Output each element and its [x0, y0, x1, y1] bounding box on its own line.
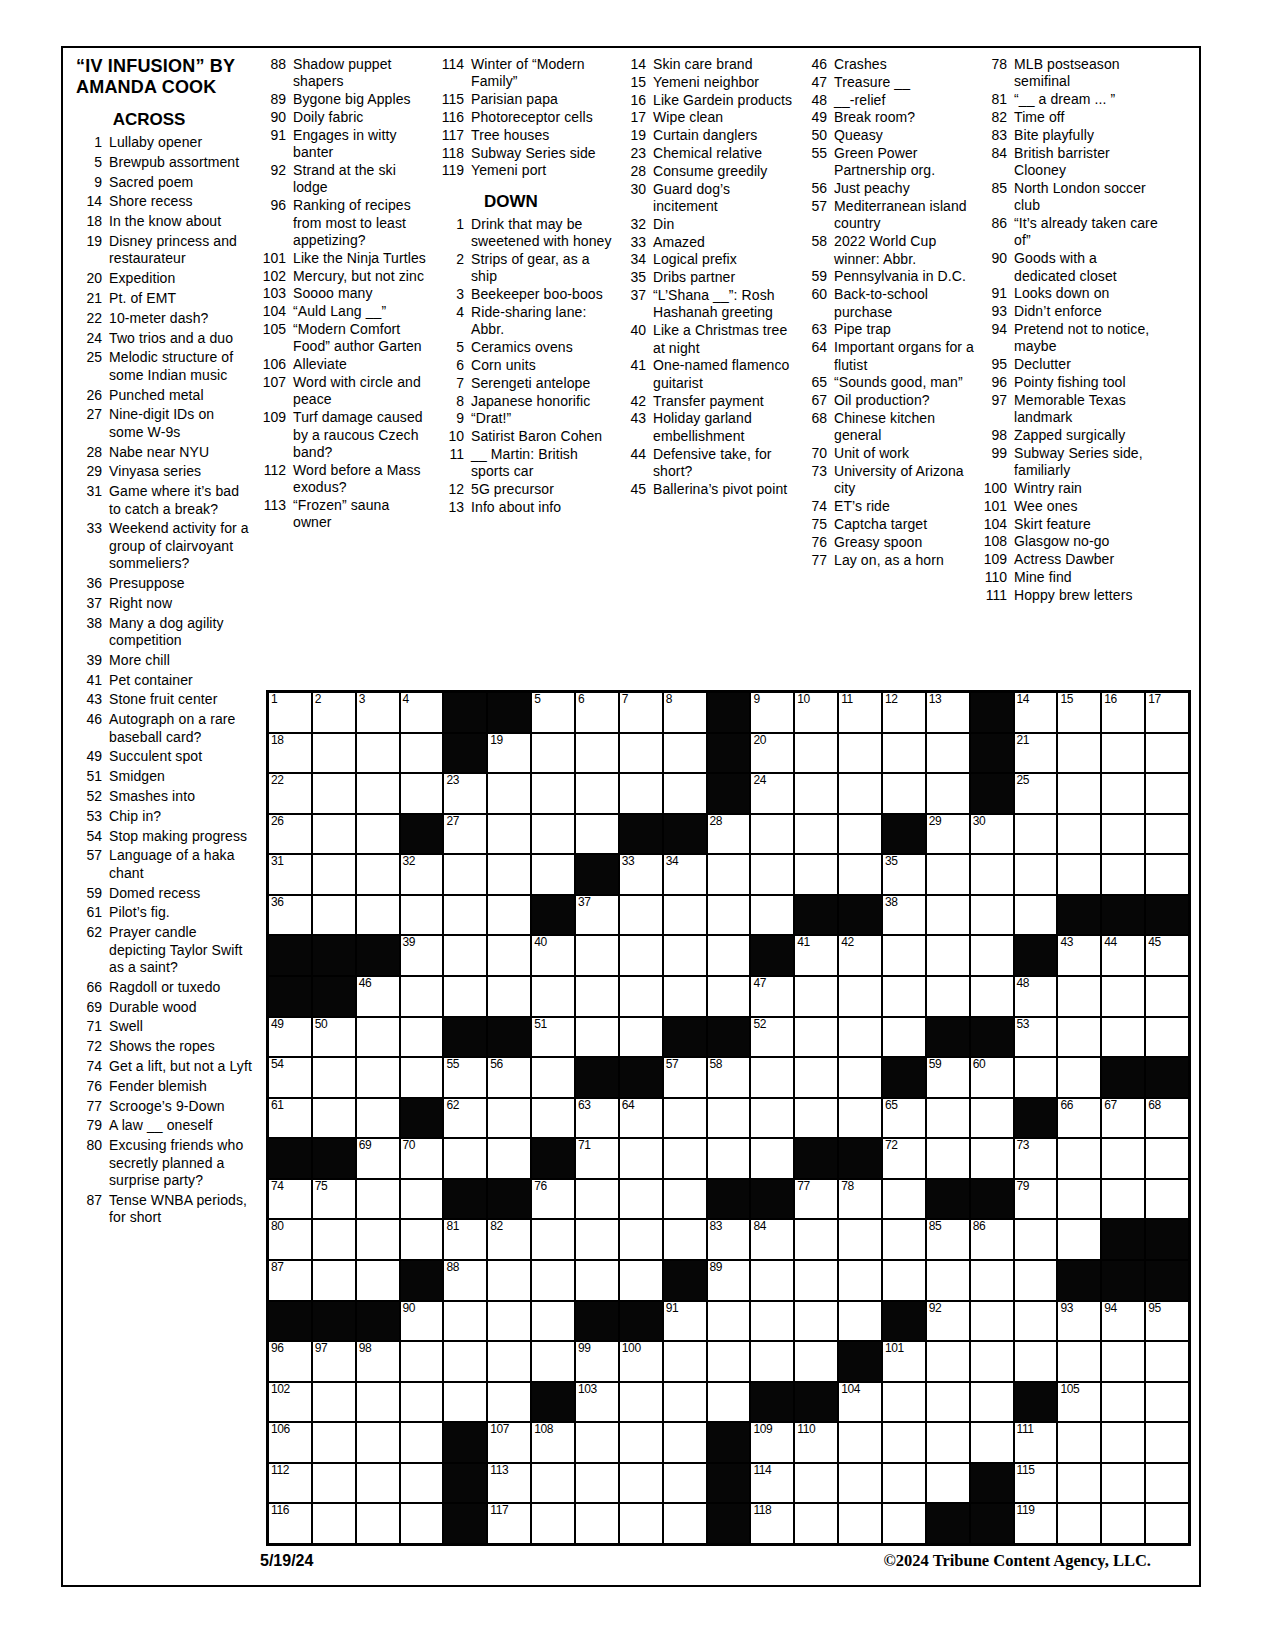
grid-cell-r18c20[interactable] — [1101, 1382, 1145, 1423]
grid-cell-r9c13[interactable] — [794, 1017, 838, 1058]
grid-cell-r6c17[interactable] — [970, 895, 1014, 936]
grid-cell-r13c9[interactable] — [619, 1179, 663, 1220]
grid-cell-r2c9[interactable] — [619, 733, 663, 774]
grid-cell-r9c2[interactable]: 50 — [312, 1017, 356, 1058]
grid-cell-r16c16[interactable]: 92 — [926, 1301, 970, 1342]
grid-cell-r21c13[interactable] — [794, 1503, 838, 1544]
grid-cell-r17c10[interactable] — [663, 1341, 707, 1382]
grid-cell-r17c7[interactable] — [531, 1341, 575, 1382]
grid-cell-r20c19[interactable] — [1057, 1463, 1101, 1504]
grid-cell-r20c3[interactable] — [356, 1463, 400, 1504]
grid-cell-r5c2[interactable] — [312, 854, 356, 895]
grid-cell-r5c3[interactable] — [356, 854, 400, 895]
grid-cell-r2c16[interactable] — [926, 733, 970, 774]
grid-cell-r6c18[interactable] — [1014, 895, 1058, 936]
grid-cell-r13c8[interactable] — [575, 1179, 619, 1220]
grid-cell-r3c14[interactable] — [838, 773, 882, 814]
grid-cell-r12c17[interactable] — [970, 1138, 1014, 1179]
grid-cell-r10c2[interactable] — [312, 1057, 356, 1098]
grid-cell-r4c19[interactable] — [1057, 814, 1101, 855]
grid-cell-r14c1[interactable]: 80 — [268, 1219, 312, 1260]
grid-cell-r7c16[interactable] — [926, 935, 970, 976]
grid-cell-r5c9[interactable]: 33 — [619, 854, 663, 895]
grid-cell-r15c18[interactable] — [1014, 1260, 1058, 1301]
grid-cell-r14c11[interactable]: 83 — [707, 1219, 751, 1260]
grid-cell-r10c4[interactable] — [400, 1057, 444, 1098]
grid-cell-r20c2[interactable] — [312, 1463, 356, 1504]
grid-cell-r20c12[interactable]: 114 — [750, 1463, 794, 1504]
grid-cell-r8c20[interactable] — [1101, 976, 1145, 1017]
grid-cell-r2c15[interactable] — [882, 733, 926, 774]
grid-cell-r8c13[interactable] — [794, 976, 838, 1017]
grid-cell-r17c17[interactable] — [970, 1341, 1014, 1382]
grid-cell-r9c8[interactable] — [575, 1017, 619, 1058]
grid-cell-r11c13[interactable] — [794, 1098, 838, 1139]
grid-cell-r18c10[interactable] — [663, 1382, 707, 1423]
grid-cell-r14c18[interactable] — [1014, 1219, 1058, 1260]
grid-cell-r5c16[interactable] — [926, 854, 970, 895]
grid-cell-r16c11[interactable] — [707, 1301, 751, 1342]
grid-cell-r2c2[interactable] — [312, 733, 356, 774]
grid-cell-r17c13[interactable] — [794, 1341, 838, 1382]
grid-cell-r14c4[interactable] — [400, 1219, 444, 1260]
grid-cell-r19c20[interactable] — [1101, 1422, 1145, 1463]
grid-cell-r16c14[interactable] — [838, 1301, 882, 1342]
grid-cell-r3c1[interactable]: 22 — [268, 773, 312, 814]
grid-cell-r14c5[interactable]: 81 — [443, 1219, 487, 1260]
grid-cell-r21c2[interactable] — [312, 1503, 356, 1544]
grid-cell-r15c2[interactable] — [312, 1260, 356, 1301]
grid-cell-r1c16[interactable]: 13 — [926, 692, 970, 733]
grid-cell-r10c3[interactable] — [356, 1057, 400, 1098]
grid-cell-r2c21[interactable] — [1145, 733, 1189, 774]
grid-cell-r15c12[interactable] — [750, 1260, 794, 1301]
grid-cell-r18c8[interactable]: 103 — [575, 1382, 619, 1423]
grid-cell-r20c20[interactable] — [1101, 1463, 1145, 1504]
grid-cell-r12c10[interactable] — [663, 1138, 707, 1179]
grid-cell-r4c18[interactable] — [1014, 814, 1058, 855]
grid-cell-r9c7[interactable]: 51 — [531, 1017, 575, 1058]
grid-cell-r16c13[interactable] — [794, 1301, 838, 1342]
grid-cell-r2c3[interactable] — [356, 733, 400, 774]
grid-cell-r19c14[interactable] — [838, 1422, 882, 1463]
grid-cell-r13c21[interactable] — [1145, 1179, 1189, 1220]
grid-cell-r6c3[interactable] — [356, 895, 400, 936]
grid-cell-r18c21[interactable] — [1145, 1382, 1189, 1423]
grid-cell-r12c18[interactable]: 73 — [1014, 1138, 1058, 1179]
grid-cell-r13c19[interactable] — [1057, 1179, 1101, 1220]
grid-cell-r8c19[interactable] — [1057, 976, 1101, 1017]
grid-cell-r11c17[interactable] — [970, 1098, 1014, 1139]
grid-cell-r20c6[interactable]: 113 — [487, 1463, 531, 1504]
grid-cell-r5c19[interactable] — [1057, 854, 1101, 895]
grid-cell-r6c10[interactable] — [663, 895, 707, 936]
grid-cell-r9c19[interactable] — [1057, 1017, 1101, 1058]
grid-cell-r7c14[interactable]: 42 — [838, 935, 882, 976]
grid-cell-r8c15[interactable] — [882, 976, 926, 1017]
grid-cell-r17c18[interactable] — [1014, 1341, 1058, 1382]
grid-cell-r4c16[interactable]: 29 — [926, 814, 970, 855]
grid-cell-r18c17[interactable] — [970, 1382, 1014, 1423]
grid-cell-r15c16[interactable] — [926, 1260, 970, 1301]
grid-cell-r14c6[interactable]: 82 — [487, 1219, 531, 1260]
grid-cell-r4c17[interactable]: 30 — [970, 814, 1014, 855]
grid-cell-r15c7[interactable] — [531, 1260, 575, 1301]
grid-cell-r19c18[interactable]: 111 — [1014, 1422, 1058, 1463]
grid-cell-r16c5[interactable] — [443, 1301, 487, 1342]
grid-cell-r12c11[interactable] — [707, 1138, 751, 1179]
grid-cell-r12c5[interactable] — [443, 1138, 487, 1179]
grid-cell-r7c6[interactable] — [487, 935, 531, 976]
grid-cell-r11c14[interactable] — [838, 1098, 882, 1139]
grid-cell-r11c10[interactable] — [663, 1098, 707, 1139]
grid-cell-r1c15[interactable]: 12 — [882, 692, 926, 733]
grid-cell-r3c2[interactable] — [312, 773, 356, 814]
grid-cell-r16c17[interactable] — [970, 1301, 1014, 1342]
grid-cell-r6c12[interactable] — [750, 895, 794, 936]
grid-cell-r21c20[interactable] — [1101, 1503, 1145, 1544]
grid-cell-r19c9[interactable] — [619, 1422, 663, 1463]
grid-cell-r16c18[interactable] — [1014, 1301, 1058, 1342]
grid-cell-r4c5[interactable]: 27 — [443, 814, 487, 855]
grid-cell-r14c12[interactable]: 84 — [750, 1219, 794, 1260]
grid-cell-r8c11[interactable] — [707, 976, 751, 1017]
grid-cell-r13c4[interactable] — [400, 1179, 444, 1220]
grid-cell-r6c6[interactable] — [487, 895, 531, 936]
grid-cell-r19c10[interactable] — [663, 1422, 707, 1463]
grid-cell-r1c13[interactable]: 10 — [794, 692, 838, 733]
grid-cell-r15c1[interactable]: 87 — [268, 1260, 312, 1301]
grid-cell-r9c4[interactable] — [400, 1017, 444, 1058]
grid-cell-r8c12[interactable]: 47 — [750, 976, 794, 1017]
grid-cell-r7c8[interactable] — [575, 935, 619, 976]
grid-cell-r18c11[interactable] — [707, 1382, 751, 1423]
grid-cell-r18c1[interactable]: 102 — [268, 1382, 312, 1423]
grid-cell-r1c10[interactable]: 8 — [663, 692, 707, 733]
grid-cell-r2c6[interactable]: 19 — [487, 733, 531, 774]
grid-cell-r5c1[interactable]: 31 — [268, 854, 312, 895]
grid-cell-r14c3[interactable] — [356, 1219, 400, 1260]
grid-cell-r10c10[interactable]: 57 — [663, 1057, 707, 1098]
grid-cell-r12c6[interactable] — [487, 1138, 531, 1179]
grid-cell-r9c14[interactable] — [838, 1017, 882, 1058]
grid-cell-r6c15[interactable]: 38 — [882, 895, 926, 936]
grid-cell-r9c20[interactable] — [1101, 1017, 1145, 1058]
grid-cell-r6c2[interactable] — [312, 895, 356, 936]
grid-cell-r12c12[interactable] — [750, 1138, 794, 1179]
grid-cell-r6c1[interactable]: 36 — [268, 895, 312, 936]
grid-cell-r20c10[interactable] — [663, 1463, 707, 1504]
grid-cell-r1c7[interactable]: 5 — [531, 692, 575, 733]
grid-cell-r2c7[interactable] — [531, 733, 575, 774]
grid-cell-r16c19[interactable]: 93 — [1057, 1301, 1101, 1342]
grid-cell-r1c20[interactable]: 16 — [1101, 692, 1145, 733]
grid-cell-r5c18[interactable] — [1014, 854, 1058, 895]
grid-cell-r7c20[interactable]: 44 — [1101, 935, 1145, 976]
grid-cell-r5c13[interactable] — [794, 854, 838, 895]
grid-cell-r13c15[interactable] — [882, 1179, 926, 1220]
grid-cell-r17c1[interactable]: 96 — [268, 1341, 312, 1382]
grid-cell-r12c19[interactable] — [1057, 1138, 1101, 1179]
grid-cell-r17c16[interactable] — [926, 1341, 970, 1382]
grid-cell-r11c11[interactable] — [707, 1098, 751, 1139]
grid-cell-r14c19[interactable] — [1057, 1219, 1101, 1260]
grid-cell-r8c18[interactable]: 48 — [1014, 976, 1058, 1017]
grid-cell-r21c8[interactable] — [575, 1503, 619, 1544]
grid-cell-r10c17[interactable]: 60 — [970, 1057, 1014, 1098]
grid-cell-r4c13[interactable] — [794, 814, 838, 855]
grid-cell-r8c17[interactable] — [970, 976, 1014, 1017]
grid-cell-r19c17[interactable] — [970, 1422, 1014, 1463]
grid-cell-r17c9[interactable]: 100 — [619, 1341, 663, 1382]
grid-cell-r11c9[interactable]: 64 — [619, 1098, 663, 1139]
grid-cell-r5c11[interactable] — [707, 854, 751, 895]
grid-cell-r20c1[interactable]: 112 — [268, 1463, 312, 1504]
grid-cell-r7c13[interactable]: 41 — [794, 935, 838, 976]
grid-cell-r5c14[interactable] — [838, 854, 882, 895]
grid-cell-r6c11[interactable] — [707, 895, 751, 936]
grid-cell-r1c8[interactable]: 6 — [575, 692, 619, 733]
grid-cell-r4c3[interactable] — [356, 814, 400, 855]
grid-cell-r12c16[interactable] — [926, 1138, 970, 1179]
grid-cell-r2c8[interactable] — [575, 733, 619, 774]
grid-cell-r8c10[interactable] — [663, 976, 707, 1017]
grid-cell-r11c3[interactable] — [356, 1098, 400, 1139]
grid-cell-r14c13[interactable] — [794, 1219, 838, 1260]
grid-cell-r19c8[interactable] — [575, 1422, 619, 1463]
grid-cell-r21c6[interactable]: 117 — [487, 1503, 531, 1544]
grid-cell-r6c16[interactable] — [926, 895, 970, 936]
grid-cell-r4c11[interactable]: 28 — [707, 814, 751, 855]
grid-cell-r10c12[interactable] — [750, 1057, 794, 1098]
grid-cell-r11c15[interactable]: 65 — [882, 1098, 926, 1139]
grid-cell-r11c12[interactable] — [750, 1098, 794, 1139]
grid-cell-r1c19[interactable]: 15 — [1057, 692, 1101, 733]
grid-cell-r11c7[interactable] — [531, 1098, 575, 1139]
grid-cell-r10c14[interactable] — [838, 1057, 882, 1098]
grid-cell-r9c21[interactable] — [1145, 1017, 1189, 1058]
grid-cell-r1c9[interactable]: 7 — [619, 692, 663, 733]
grid-cell-r2c10[interactable] — [663, 733, 707, 774]
grid-cell-r18c5[interactable] — [443, 1382, 487, 1423]
grid-cell-r15c8[interactable] — [575, 1260, 619, 1301]
grid-cell-r13c2[interactable]: 75 — [312, 1179, 356, 1220]
grid-cell-r2c12[interactable]: 20 — [750, 733, 794, 774]
grid-cell-r18c2[interactable] — [312, 1382, 356, 1423]
grid-cell-r6c9[interactable] — [619, 895, 663, 936]
grid-cell-r5c6[interactable] — [487, 854, 531, 895]
grid-cell-r15c15[interactable] — [882, 1260, 926, 1301]
grid-cell-r6c8[interactable]: 37 — [575, 895, 619, 936]
grid-cell-r21c9[interactable] — [619, 1503, 663, 1544]
grid-cell-r8c8[interactable] — [575, 976, 619, 1017]
grid-cell-r7c15[interactable] — [882, 935, 926, 976]
grid-cell-r17c20[interactable] — [1101, 1341, 1145, 1382]
grid-cell-r3c7[interactable] — [531, 773, 575, 814]
grid-cell-r11c19[interactable]: 66 — [1057, 1098, 1101, 1139]
grid-cell-r21c3[interactable] — [356, 1503, 400, 1544]
grid-cell-r18c4[interactable] — [400, 1382, 444, 1423]
grid-cell-r21c19[interactable] — [1057, 1503, 1101, 1544]
grid-cell-r7c11[interactable] — [707, 935, 751, 976]
grid-cell-r17c12[interactable] — [750, 1341, 794, 1382]
grid-cell-r7c9[interactable] — [619, 935, 663, 976]
grid-cell-r19c16[interactable] — [926, 1422, 970, 1463]
grid-cell-r15c9[interactable] — [619, 1260, 663, 1301]
grid-cell-r16c12[interactable] — [750, 1301, 794, 1342]
grid-cell-r17c6[interactable] — [487, 1341, 531, 1382]
grid-cell-r3c10[interactable] — [663, 773, 707, 814]
grid-cell-r1c1[interactable]: 1 — [268, 692, 312, 733]
grid-cell-r2c1[interactable]: 18 — [268, 733, 312, 774]
grid-cell-r9c1[interactable]: 49 — [268, 1017, 312, 1058]
grid-cell-r5c12[interactable] — [750, 854, 794, 895]
grid-cell-r18c6[interactable] — [487, 1382, 531, 1423]
grid-cell-r11c21[interactable]: 68 — [1145, 1098, 1189, 1139]
grid-cell-r2c19[interactable] — [1057, 733, 1101, 774]
grid-cell-r17c19[interactable] — [1057, 1341, 1101, 1382]
grid-cell-r4c1[interactable]: 26 — [268, 814, 312, 855]
grid-cell-r19c19[interactable] — [1057, 1422, 1101, 1463]
grid-cell-r17c21[interactable] — [1145, 1341, 1189, 1382]
grid-cell-r4c2[interactable] — [312, 814, 356, 855]
grid-cell-r10c7[interactable] — [531, 1057, 575, 1098]
grid-cell-r20c16[interactable] — [926, 1463, 970, 1504]
grid-cell-r1c18[interactable]: 14 — [1014, 692, 1058, 733]
grid-cell-r11c16[interactable] — [926, 1098, 970, 1139]
grid-cell-r20c15[interactable] — [882, 1463, 926, 1504]
grid-cell-r1c4[interactable]: 4 — [400, 692, 444, 733]
grid-cell-r21c18[interactable]: 119 — [1014, 1503, 1058, 1544]
grid-cell-r3c3[interactable] — [356, 773, 400, 814]
grid-cell-r18c15[interactable] — [882, 1382, 926, 1423]
grid-cell-r9c3[interactable] — [356, 1017, 400, 1058]
grid-cell-r11c5[interactable]: 62 — [443, 1098, 487, 1139]
grid-cell-r7c10[interactable] — [663, 935, 707, 976]
grid-cell-r9c9[interactable] — [619, 1017, 663, 1058]
grid-cell-r17c15[interactable]: 101 — [882, 1341, 926, 1382]
grid-cell-r10c1[interactable]: 54 — [268, 1057, 312, 1098]
grid-cell-r8c21[interactable] — [1145, 976, 1189, 1017]
grid-cell-r14c16[interactable]: 85 — [926, 1219, 970, 1260]
grid-cell-r14c2[interactable] — [312, 1219, 356, 1260]
grid-cell-r14c7[interactable] — [531, 1219, 575, 1260]
grid-cell-r4c21[interactable] — [1145, 814, 1189, 855]
grid-cell-r19c6[interactable]: 107 — [487, 1422, 531, 1463]
grid-cell-r13c18[interactable]: 79 — [1014, 1179, 1058, 1220]
grid-cell-r13c13[interactable]: 77 — [794, 1179, 838, 1220]
grid-cell-r3c16[interactable] — [926, 773, 970, 814]
grid-cell-r3c6[interactable] — [487, 773, 531, 814]
grid-cell-r20c14[interactable] — [838, 1463, 882, 1504]
grid-cell-r13c10[interactable] — [663, 1179, 707, 1220]
grid-cell-r19c7[interactable]: 108 — [531, 1422, 575, 1463]
grid-cell-r9c12[interactable]: 52 — [750, 1017, 794, 1058]
grid-cell-r7c4[interactable]: 39 — [400, 935, 444, 976]
grid-cell-r10c6[interactable]: 56 — [487, 1057, 531, 1098]
grid-cell-r9c18[interactable]: 53 — [1014, 1017, 1058, 1058]
grid-cell-r14c15[interactable] — [882, 1219, 926, 1260]
grid-cell-r18c16[interactable] — [926, 1382, 970, 1423]
grid-cell-r10c19[interactable] — [1057, 1057, 1101, 1098]
grid-cell-r8c4[interactable] — [400, 976, 444, 1017]
grid-cell-r12c20[interactable] — [1101, 1138, 1145, 1179]
grid-cell-r14c10[interactable] — [663, 1219, 707, 1260]
grid-cell-r18c9[interactable] — [619, 1382, 663, 1423]
grid-cell-r19c3[interactable] — [356, 1422, 400, 1463]
grid-cell-r11c8[interactable]: 63 — [575, 1098, 619, 1139]
grid-cell-r18c19[interactable]: 105 — [1057, 1382, 1101, 1423]
grid-cell-r20c7[interactable] — [531, 1463, 575, 1504]
grid-cell-r3c4[interactable] — [400, 773, 444, 814]
grid-cell-r5c10[interactable]: 34 — [663, 854, 707, 895]
grid-cell-r14c9[interactable] — [619, 1219, 663, 1260]
grid-cell-r5c17[interactable] — [970, 854, 1014, 895]
grid-cell-r15c6[interactable] — [487, 1260, 531, 1301]
grid-cell-r20c18[interactable]: 115 — [1014, 1463, 1058, 1504]
grid-cell-r14c8[interactable] — [575, 1219, 619, 1260]
grid-cell-r14c17[interactable]: 86 — [970, 1219, 1014, 1260]
grid-cell-r13c1[interactable]: 74 — [268, 1179, 312, 1220]
grid-cell-r7c7[interactable]: 40 — [531, 935, 575, 976]
grid-cell-r8c6[interactable] — [487, 976, 531, 1017]
grid-cell-r19c12[interactable]: 109 — [750, 1422, 794, 1463]
grid-cell-r18c3[interactable] — [356, 1382, 400, 1423]
grid-cell-r21c15[interactable] — [882, 1503, 926, 1544]
grid-cell-r17c4[interactable] — [400, 1341, 444, 1382]
grid-cell-r4c20[interactable] — [1101, 814, 1145, 855]
grid-cell-r17c5[interactable] — [443, 1341, 487, 1382]
grid-cell-r20c8[interactable] — [575, 1463, 619, 1504]
grid-cell-r16c6[interactable] — [487, 1301, 531, 1342]
grid-cell-r12c21[interactable] — [1145, 1138, 1189, 1179]
grid-cell-r19c13[interactable]: 110 — [794, 1422, 838, 1463]
grid-cell-r9c15[interactable] — [882, 1017, 926, 1058]
grid-cell-r10c11[interactable]: 58 — [707, 1057, 751, 1098]
grid-cell-r17c8[interactable]: 99 — [575, 1341, 619, 1382]
grid-cell-r15c5[interactable]: 88 — [443, 1260, 487, 1301]
grid-cell-r1c21[interactable]: 17 — [1145, 692, 1189, 733]
grid-cell-r15c3[interactable] — [356, 1260, 400, 1301]
grid-cell-r11c2[interactable] — [312, 1098, 356, 1139]
grid-cell-r5c20[interactable] — [1101, 854, 1145, 895]
grid-cell-r3c13[interactable] — [794, 773, 838, 814]
grid-cell-r10c13[interactable] — [794, 1057, 838, 1098]
grid-cell-r13c20[interactable] — [1101, 1179, 1145, 1220]
grid-cell-r12c4[interactable]: 70 — [400, 1138, 444, 1179]
grid-cell-r20c13[interactable] — [794, 1463, 838, 1504]
grid-cell-r21c10[interactable] — [663, 1503, 707, 1544]
grid-cell-r3c5[interactable]: 23 — [443, 773, 487, 814]
grid-cell-r17c11[interactable] — [707, 1341, 751, 1382]
grid-cell-r19c1[interactable]: 106 — [268, 1422, 312, 1463]
grid-cell-r5c4[interactable]: 32 — [400, 854, 444, 895]
grid-cell-r13c3[interactable] — [356, 1179, 400, 1220]
grid-cell-r4c12[interactable] — [750, 814, 794, 855]
grid-cell-r17c2[interactable]: 97 — [312, 1341, 356, 1382]
grid-cell-r21c4[interactable] — [400, 1503, 444, 1544]
grid-cell-r13c14[interactable]: 78 — [838, 1179, 882, 1220]
grid-cell-r5c15[interactable]: 35 — [882, 854, 926, 895]
grid-cell-r1c3[interactable]: 3 — [356, 692, 400, 733]
grid-cell-r8c3[interactable]: 46 — [356, 976, 400, 1017]
grid-cell-r13c7[interactable]: 76 — [531, 1179, 575, 1220]
grid-cell-r4c6[interactable] — [487, 814, 531, 855]
grid-cell-r6c5[interactable] — [443, 895, 487, 936]
grid-cell-r7c19[interactable]: 43 — [1057, 935, 1101, 976]
grid-cell-r12c8[interactable]: 71 — [575, 1138, 619, 1179]
grid-cell-r12c9[interactable] — [619, 1138, 663, 1179]
